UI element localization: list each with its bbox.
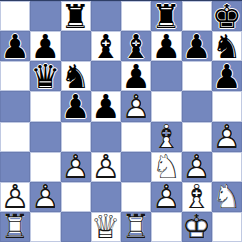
piece-black-bishop[interactable]: ♝ [121, 31, 151, 61]
square-f4[interactable]: ♝♗ [151, 122, 181, 152]
square-c7[interactable] [61, 31, 91, 61]
piece-white-pawn[interactable]: ♟♙ [121, 91, 151, 121]
piece-glyph-fill: ♝ [151, 122, 181, 152]
piece-glyph-fill: ♟ [30, 31, 60, 61]
piece-glyph-fill: ♟ [151, 182, 181, 212]
piece-black-knight[interactable]: ♞ [61, 61, 91, 91]
square-a3[interactable] [0, 152, 30, 182]
square-d6[interactable] [91, 61, 121, 91]
square-e1[interactable]: ♜♖ [121, 212, 151, 242]
square-c4[interactable] [61, 122, 91, 152]
piece-glyph-fill: ♟ [0, 31, 30, 61]
piece-glyph-fill: ♟ [61, 91, 91, 121]
piece-white-bishop[interactable]: ♝♗ [151, 122, 181, 152]
square-f8[interactable]: ♜ [151, 1, 181, 31]
piece-glyph-fill: ♟ [61, 152, 91, 182]
piece-white-pawn[interactable]: ♟♙ [151, 182, 181, 212]
square-a8[interactable] [0, 1, 30, 31]
square-g4[interactable] [182, 122, 212, 152]
square-g5[interactable] [182, 91, 212, 121]
piece-glyph-fill: ♜ [151, 1, 181, 31]
piece-white-pawn[interactable]: ♟♙ [91, 152, 121, 182]
square-c3[interactable]: ♟♙ [61, 152, 91, 182]
square-e8[interactable] [121, 1, 151, 31]
piece-glyph-stroke: ♙ [212, 122, 242, 152]
square-e2[interactable] [121, 182, 151, 212]
piece-glyph-fill: ♚ [182, 212, 212, 242]
square-d2[interactable] [91, 182, 121, 212]
square-b5[interactable] [30, 91, 60, 121]
square-e6[interactable]: ♟ [121, 61, 151, 91]
piece-white-pawn[interactable]: ♟♙ [212, 122, 242, 152]
piece-glyph-fill: ♞ [212, 31, 242, 61]
square-a4[interactable] [0, 122, 30, 152]
piece-glyph-fill: ♟ [30, 182, 60, 212]
piece-glyph-fill: ♟ [91, 91, 121, 121]
square-c8[interactable]: ♜ [61, 1, 91, 31]
square-d8[interactable] [91, 1, 121, 31]
piece-glyph-stroke: ♘ [151, 152, 181, 182]
piece-glyph-stroke: ♙ [0, 182, 30, 212]
piece-black-pawn[interactable]: ♟ [121, 61, 151, 91]
square-c6[interactable]: ♞ [61, 61, 91, 91]
piece-white-queen[interactable]: ♛♕ [91, 212, 121, 242]
piece-black-pawn[interactable]: ♟ [30, 31, 60, 61]
square-f7[interactable]: ♟ [151, 31, 181, 61]
piece-white-pawn[interactable]: ♟♙ [30, 182, 60, 212]
square-a2[interactable]: ♟♙ [0, 182, 30, 212]
piece-black-knight[interactable]: ♞ [212, 31, 242, 61]
piece-glyph-fill: ♟ [151, 31, 181, 61]
piece-black-pawn[interactable]: ♟ [182, 31, 212, 61]
square-b2[interactable]: ♟♙ [30, 182, 60, 212]
piece-glyph-stroke: ♙ [182, 152, 212, 182]
piece-white-rook[interactable]: ♜♖ [0, 212, 30, 242]
piece-black-rook[interactable]: ♜ [151, 1, 181, 31]
piece-glyph-stroke: ♙ [30, 182, 60, 212]
square-d7[interactable]: ♝ [91, 31, 121, 61]
piece-white-king[interactable]: ♚♔ [182, 212, 212, 242]
square-g1[interactable]: ♚♔ [182, 212, 212, 242]
piece-glyph-stroke: ♖ [121, 212, 151, 242]
piece-black-bishop[interactable]: ♝ [91, 31, 121, 61]
square-h1[interactable] [212, 212, 242, 242]
square-c1[interactable] [61, 212, 91, 242]
piece-glyph-fill: ♜ [61, 1, 91, 31]
piece-glyph-fill: ♟ [182, 31, 212, 61]
piece-glyph-stroke: ♔ [182, 212, 212, 242]
piece-white-bishop[interactable]: ♝♗ [182, 182, 212, 212]
piece-glyph-fill: ♚ [212, 1, 242, 31]
piece-glyph-fill: ♟ [0, 182, 30, 212]
square-h4[interactable]: ♟♙ [212, 122, 242, 152]
square-g7[interactable]: ♟ [182, 31, 212, 61]
square-a6[interactable] [0, 61, 30, 91]
piece-glyph-fill: ♛ [30, 61, 60, 91]
square-f3[interactable]: ♞♘ [151, 152, 181, 182]
square-h6[interactable]: ♟ [212, 61, 242, 91]
piece-white-pawn[interactable]: ♟♙ [0, 182, 30, 212]
square-c2[interactable] [61, 182, 91, 212]
piece-glyph-stroke: ♙ [121, 91, 151, 121]
square-c5[interactable]: ♟ [61, 91, 91, 121]
square-g8[interactable] [182, 1, 212, 31]
square-d3[interactable]: ♟♙ [91, 152, 121, 182]
piece-glyph-fill: ♞ [61, 61, 91, 91]
piece-glyph-fill: ♝ [182, 182, 212, 212]
piece-black-queen[interactable]: ♛ [30, 61, 60, 91]
square-b7[interactable]: ♟ [30, 31, 60, 61]
square-f6[interactable] [151, 61, 181, 91]
piece-glyph-fill: ♝ [91, 31, 121, 61]
piece-white-rook[interactable]: ♜♖ [121, 212, 151, 242]
piece-glyph-stroke: ♖ [0, 212, 30, 242]
square-b1[interactable] [30, 212, 60, 242]
square-b3[interactable] [30, 152, 60, 182]
square-h3[interactable] [212, 152, 242, 182]
piece-glyph-stroke: ♕ [91, 212, 121, 242]
piece-black-pawn[interactable]: ♟ [61, 91, 91, 121]
square-a5[interactable] [0, 91, 30, 121]
piece-black-king[interactable]: ♚ [212, 1, 242, 31]
piece-black-pawn[interactable]: ♟ [151, 31, 181, 61]
piece-glyph-fill: ♞ [212, 182, 242, 212]
piece-glyph-fill: ♟ [212, 61, 242, 91]
piece-black-pawn[interactable]: ♟ [0, 31, 30, 61]
square-h7[interactable]: ♞ [212, 31, 242, 61]
square-g6[interactable] [182, 61, 212, 91]
piece-glyph-fill: ♟ [212, 122, 242, 152]
square-b4[interactable] [30, 122, 60, 152]
piece-glyph-fill: ♝ [121, 31, 151, 61]
piece-white-knight[interactable]: ♞♘ [212, 182, 242, 212]
square-e3[interactable] [121, 152, 151, 182]
square-e5[interactable]: ♟♙ [121, 91, 151, 121]
square-b6[interactable]: ♛ [30, 61, 60, 91]
piece-glyph-stroke: ♙ [61, 152, 91, 182]
piece-glyph-fill: ♟ [121, 91, 151, 121]
piece-glyph-fill: ♜ [121, 212, 151, 242]
piece-glyph-stroke: ♙ [151, 182, 181, 212]
square-h2[interactable]: ♞♘ [212, 182, 242, 212]
piece-glyph-fill: ♞ [151, 152, 181, 182]
piece-white-pawn[interactable]: ♟♙ [182, 152, 212, 182]
piece-white-pawn[interactable]: ♟♙ [61, 152, 91, 182]
piece-glyph-fill: ♟ [91, 152, 121, 182]
piece-black-pawn[interactable]: ♟ [212, 61, 242, 91]
piece-glyph-fill: ♜ [0, 212, 30, 242]
square-e4[interactable] [121, 122, 151, 152]
piece-glyph-stroke: ♘ [212, 182, 242, 212]
piece-glyph-fill: ♟ [182, 152, 212, 182]
square-d1[interactable]: ♛♕ [91, 212, 121, 242]
piece-black-pawn[interactable]: ♟ [91, 91, 121, 121]
square-f5[interactable] [151, 91, 181, 121]
square-g3[interactable]: ♟♙ [182, 152, 212, 182]
square-f1[interactable] [151, 212, 181, 242]
piece-glyph-fill: ♟ [121, 61, 151, 91]
square-f2[interactable]: ♟♙ [151, 182, 181, 212]
square-a7[interactable]: ♟ [0, 31, 30, 61]
square-h8[interactable]: ♚ [212, 1, 242, 31]
square-d5[interactable]: ♟ [91, 91, 121, 121]
piece-black-rook[interactable]: ♜ [61, 1, 91, 31]
piece-glyph-stroke: ♗ [151, 122, 181, 152]
chess-board: ♜♜♚♟♟♝♝♟♟♞♛♞♟♟♟♟♟♙♝♗♟♙♟♙♟♙♞♘♟♙♟♙♟♙♟♙♝♗♞♘… [0, 0, 242, 242]
piece-glyph-fill: ♛ [91, 212, 121, 242]
square-b8[interactable] [30, 1, 60, 31]
square-d4[interactable] [91, 122, 121, 152]
square-g2[interactable]: ♝♗ [182, 182, 212, 212]
square-e7[interactable]: ♝ [121, 31, 151, 61]
piece-glyph-stroke: ♙ [91, 152, 121, 182]
piece-white-knight[interactable]: ♞♘ [151, 152, 181, 182]
square-a1[interactable]: ♜♖ [0, 212, 30, 242]
piece-glyph-stroke: ♗ [182, 182, 212, 212]
square-h5[interactable] [212, 91, 242, 121]
